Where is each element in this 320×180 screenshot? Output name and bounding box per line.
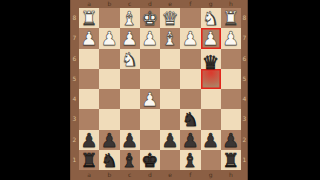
square-c4[interactable]: [120, 89, 140, 109]
square-b5[interactable]: [99, 69, 119, 89]
piece-white-pawn-h7[interactable]: ♟: [221, 28, 241, 48]
piece-white-pawn-g7[interactable]: ♟: [201, 28, 221, 48]
rank-label-left-2: 2: [73, 137, 77, 143]
file-label-bottom-e: e: [168, 172, 172, 178]
square-f6[interactable]: [180, 49, 200, 69]
file-label-top-e: e: [168, 1, 172, 7]
square-b3[interactable]: [99, 109, 119, 129]
left-black-bar: [0, 0, 70, 180]
piece-black-pawn-f2[interactable]: ♟: [180, 130, 200, 150]
video-frame: ♜♝♚♛♞♜♟♟♟♟♝♟♟♟♞♟♛♞♟♟♟♟♟♟♟♜♞♝♚♝♜ aabbccdd…: [0, 0, 320, 180]
file-label-top-f: f: [189, 1, 191, 7]
square-e3[interactable]: [160, 109, 180, 129]
file-label-bottom-a: a: [87, 172, 91, 178]
file-label-bottom-g: g: [209, 172, 213, 178]
file-label-bottom-d: d: [148, 172, 152, 178]
rank-label-left-3: 3: [73, 116, 77, 122]
file-label-top-b: b: [107, 1, 111, 7]
piece-black-bishop-c1[interactable]: ♝: [120, 150, 140, 170]
rank-label-right-6: 6: [243, 56, 247, 62]
piece-white-pawn-d4[interactable]: ♟: [140, 89, 160, 109]
rank-label-left-1: 1: [73, 157, 77, 163]
square-f4[interactable]: [180, 89, 200, 109]
square-f8[interactable]: [180, 8, 200, 28]
piece-black-knight-b1[interactable]: ♞: [99, 150, 119, 170]
file-label-top-c: c: [128, 1, 131, 7]
rank-label-right-4: 4: [243, 96, 247, 102]
square-h4[interactable]: [221, 89, 241, 109]
file-label-bottom-c: c: [128, 172, 131, 178]
rank-label-right-5: 5: [243, 76, 247, 82]
piece-white-pawn-b7[interactable]: ♟: [99, 28, 119, 48]
rank-label-left-4: 4: [73, 96, 77, 102]
piece-black-bishop-f1[interactable]: ♝: [180, 150, 200, 170]
piece-white-queen-e8[interactable]: ♛: [160, 8, 180, 28]
file-label-top-h: h: [229, 1, 233, 7]
file-label-top-d: d: [148, 1, 152, 7]
piece-black-pawn-g2[interactable]: ♟: [201, 130, 221, 150]
piece-black-pawn-a2[interactable]: ♟: [79, 130, 99, 150]
piece-black-pawn-b2[interactable]: ♟: [99, 130, 119, 150]
square-d3[interactable]: [140, 109, 160, 129]
piece-black-pawn-c2[interactable]: ♟: [120, 130, 140, 150]
square-b4[interactable]: [99, 89, 119, 109]
square-h3[interactable]: [221, 109, 241, 129]
piece-white-rook-a8[interactable]: ♜: [79, 8, 99, 28]
piece-white-knight-c6[interactable]: ♞: [120, 49, 140, 69]
square-a4[interactable]: [79, 89, 99, 109]
square-g1[interactable]: [201, 150, 221, 170]
file-label-bottom-h: h: [229, 172, 233, 178]
square-d2[interactable]: [140, 130, 160, 150]
piece-black-rook-h1[interactable]: ♜: [221, 150, 241, 170]
square-g3[interactable]: [201, 109, 221, 129]
piece-white-pawn-d7[interactable]: ♟: [140, 28, 160, 48]
square-e4[interactable]: [160, 89, 180, 109]
right-black-bar: [248, 0, 320, 180]
square-d5[interactable]: [140, 69, 160, 89]
square-h5[interactable]: [221, 69, 241, 89]
square-e1[interactable]: [160, 150, 180, 170]
piece-white-bishop-c8[interactable]: ♝: [120, 8, 140, 28]
piece-black-rook-a1[interactable]: ♜: [79, 150, 99, 170]
square-h6[interactable]: [221, 49, 241, 69]
square-b8[interactable]: [99, 8, 119, 28]
file-label-bottom-f: f: [189, 172, 191, 178]
rank-label-left-6: 6: [73, 56, 77, 62]
chess-board: ♜♝♚♛♞♜♟♟♟♟♝♟♟♟♞♟♛♞♟♟♟♟♟♟♟♜♞♝♚♝♜ aabbccdd…: [70, 0, 248, 180]
square-c5[interactable]: [120, 69, 140, 89]
square-a5[interactable]: [79, 69, 99, 89]
square-e6[interactable]: [160, 49, 180, 69]
rank-label-right-2: 2: [243, 137, 247, 143]
file-label-top-a: a: [87, 1, 91, 7]
rank-label-right-7: 7: [243, 35, 247, 41]
piece-black-queen-g6[interactable]: ♛: [201, 51, 221, 71]
piece-white-rook-h8[interactable]: ♜: [221, 8, 241, 28]
piece-black-pawn-h2[interactable]: ♟: [221, 130, 241, 150]
rank-label-right-8: 8: [243, 15, 247, 21]
rank-label-right-3: 3: [243, 116, 247, 122]
piece-white-knight-g8[interactable]: ♞: [201, 8, 221, 28]
file-label-bottom-b: b: [107, 172, 111, 178]
board-squares: ♜♝♚♛♞♜♟♟♟♟♝♟♟♟♞♟♛♞♟♟♟♟♟♟♟♜♞♝♚♝♜: [79, 8, 241, 170]
square-f5[interactable]: [180, 69, 200, 89]
rank-label-left-8: 8: [73, 15, 77, 21]
rank-label-left-5: 5: [73, 76, 77, 82]
file-label-top-g: g: [209, 1, 213, 7]
piece-black-pawn-e2[interactable]: ♟: [160, 130, 180, 150]
piece-black-knight-f3[interactable]: ♞: [180, 109, 200, 129]
square-a6[interactable]: [79, 49, 99, 69]
piece-white-pawn-c7[interactable]: ♟: [120, 28, 140, 48]
piece-black-king-d1[interactable]: ♚: [140, 150, 160, 170]
rank-label-left-7: 7: [73, 35, 77, 41]
piece-white-pawn-f7[interactable]: ♟: [180, 28, 200, 48]
square-d6[interactable]: [140, 49, 160, 69]
piece-white-pawn-a7[interactable]: ♟: [79, 28, 99, 48]
piece-white-bishop-e7[interactable]: ♝: [160, 28, 180, 48]
square-b6[interactable]: [99, 49, 119, 69]
square-g4[interactable]: [201, 89, 221, 109]
square-e5[interactable]: [160, 69, 180, 89]
rank-label-right-1: 1: [243, 157, 247, 163]
square-a3[interactable]: [79, 109, 99, 129]
piece-white-king-d8[interactable]: ♚: [140, 8, 160, 28]
square-c3[interactable]: [120, 109, 140, 129]
